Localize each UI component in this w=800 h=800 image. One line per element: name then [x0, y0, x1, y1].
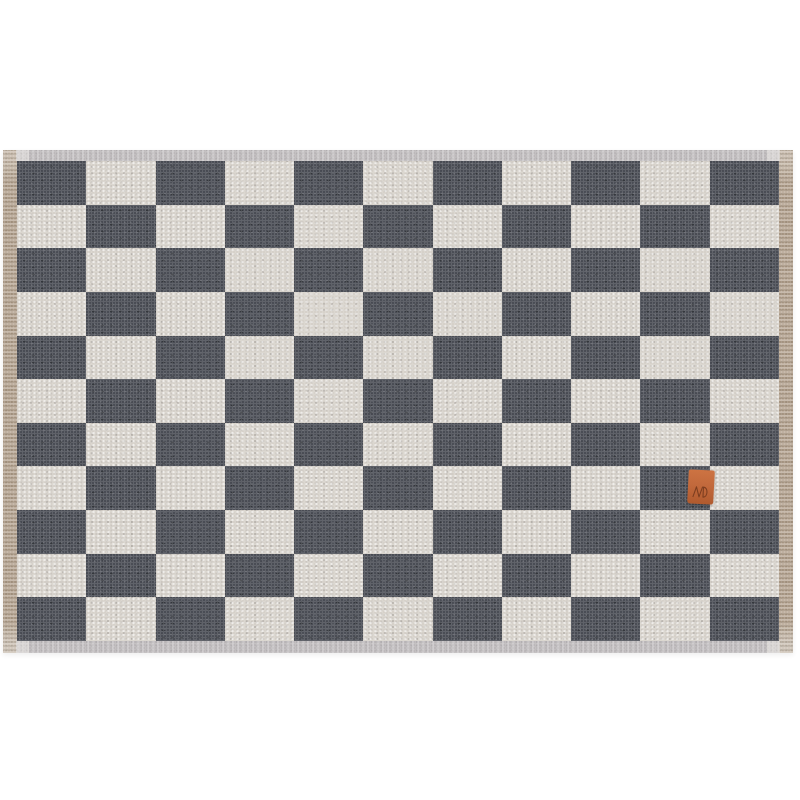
- cell-r10c2: [86, 554, 155, 598]
- cell-r10c7: [433, 554, 502, 598]
- cell-r6c7: [433, 379, 502, 423]
- cell-r7c3: [156, 423, 225, 467]
- cell-r11c9: [571, 597, 640, 641]
- cell-r7c11: [710, 423, 779, 467]
- cell-r4c6: [363, 292, 432, 336]
- cell-r10c11: [710, 554, 779, 598]
- towel-hem-top: [17, 150, 779, 161]
- cell-r1c11: [710, 161, 779, 205]
- cell-r2c5: [294, 205, 363, 249]
- cell-r6c6: [363, 379, 432, 423]
- cell-r4c11: [710, 292, 779, 336]
- cell-r10c6: [363, 554, 432, 598]
- cell-r3c9: [571, 248, 640, 292]
- hem-corner-top-left: [16, 150, 29, 161]
- cell-r4c1: [17, 292, 86, 336]
- brand-logo-md-icon: [691, 485, 710, 500]
- cell-r11c3: [156, 597, 225, 641]
- cell-r7c10: [640, 423, 709, 467]
- cell-r11c7: [433, 597, 502, 641]
- cell-r10c9: [571, 554, 640, 598]
- cell-r8c4: [225, 466, 294, 510]
- cell-r2c8: [502, 205, 571, 249]
- cell-r6c9: [571, 379, 640, 423]
- cell-r2c6: [363, 205, 432, 249]
- cell-r9c5: [294, 510, 363, 554]
- cell-r6c1: [17, 379, 86, 423]
- cell-r6c3: [156, 379, 225, 423]
- cell-r9c3: [156, 510, 225, 554]
- cell-r4c2: [86, 292, 155, 336]
- cell-r8c8: [502, 466, 571, 510]
- cell-r6c5: [294, 379, 363, 423]
- cell-r5c7: [433, 336, 502, 380]
- cell-r10c4: [225, 554, 294, 598]
- cell-r2c11: [710, 205, 779, 249]
- cell-r8c2: [86, 466, 155, 510]
- cell-r3c8: [502, 248, 571, 292]
- cell-r11c8: [502, 597, 571, 641]
- cell-r3c10: [640, 248, 709, 292]
- cell-r3c7: [433, 248, 502, 292]
- hem-corner-bottom-left: [16, 641, 29, 653]
- cell-r6c11: [710, 379, 779, 423]
- cell-r6c4: [225, 379, 294, 423]
- cell-r5c9: [571, 336, 640, 380]
- cell-r3c2: [86, 248, 155, 292]
- cell-r11c1: [17, 597, 86, 641]
- cell-r8c11: [710, 466, 779, 510]
- cell-r4c3: [156, 292, 225, 336]
- cell-r5c11: [710, 336, 779, 380]
- cell-r5c3: [156, 336, 225, 380]
- cell-r1c8: [502, 161, 571, 205]
- cell-r1c10: [640, 161, 709, 205]
- cell-r10c8: [502, 554, 571, 598]
- cell-r3c3: [156, 248, 225, 292]
- cell-r8c9: [571, 466, 640, 510]
- cell-r1c7: [433, 161, 502, 205]
- cell-r3c4: [225, 248, 294, 292]
- cell-r9c8: [502, 510, 571, 554]
- cell-r3c5: [294, 248, 363, 292]
- cell-r11c4: [225, 597, 294, 641]
- cell-r6c2: [86, 379, 155, 423]
- cell-r5c2: [86, 336, 155, 380]
- product-photo: [0, 0, 800, 800]
- hem-corner-bottom-right: [767, 641, 780, 653]
- cell-r1c9: [571, 161, 640, 205]
- towel-selvedge-left: [3, 150, 18, 653]
- cell-r6c8: [502, 379, 571, 423]
- cell-r7c6: [363, 423, 432, 467]
- cell-r2c10: [640, 205, 709, 249]
- cell-r4c9: [571, 292, 640, 336]
- cell-r8c3: [156, 466, 225, 510]
- cell-r5c10: [640, 336, 709, 380]
- cell-r4c8: [502, 292, 571, 336]
- cell-r4c5: [294, 292, 363, 336]
- cell-r7c7: [433, 423, 502, 467]
- cell-r8c7: [433, 466, 502, 510]
- cell-r2c9: [571, 205, 640, 249]
- cell-r2c1: [17, 205, 86, 249]
- cell-r2c3: [156, 205, 225, 249]
- cell-r11c2: [86, 597, 155, 641]
- cell-r9c4: [225, 510, 294, 554]
- cell-r1c1: [17, 161, 86, 205]
- cell-r7c9: [571, 423, 640, 467]
- cell-r9c10: [640, 510, 709, 554]
- cell-r5c6: [363, 336, 432, 380]
- cell-r5c1: [17, 336, 86, 380]
- cell-r2c7: [433, 205, 502, 249]
- cell-r10c10: [640, 554, 709, 598]
- cell-r10c1: [17, 554, 86, 598]
- cell-r11c6: [363, 597, 432, 641]
- cell-r9c7: [433, 510, 502, 554]
- cell-r9c2: [86, 510, 155, 554]
- cell-r1c2: [86, 161, 155, 205]
- cell-r1c3: [156, 161, 225, 205]
- cell-r3c1: [17, 248, 86, 292]
- cell-r10c5: [294, 554, 363, 598]
- cell-r9c1: [17, 510, 86, 554]
- cell-r7c2: [86, 423, 155, 467]
- cell-r9c11: [710, 510, 779, 554]
- cell-r8c5: [294, 466, 363, 510]
- cell-r9c9: [571, 510, 640, 554]
- cell-r5c5: [294, 336, 363, 380]
- cell-r2c4: [225, 205, 294, 249]
- cell-r1c4: [225, 161, 294, 205]
- cell-r7c5: [294, 423, 363, 467]
- checkerboard-grid: [17, 161, 779, 641]
- cell-r11c10: [640, 597, 709, 641]
- towel-selvedge-right: [778, 150, 793, 653]
- hem-corner-top-right: [767, 150, 780, 161]
- cell-r1c5: [294, 161, 363, 205]
- cell-r6c10: [640, 379, 709, 423]
- cell-r9c6: [363, 510, 432, 554]
- cell-r4c10: [640, 292, 709, 336]
- cell-r8c1: [17, 466, 86, 510]
- cell-r2c2: [86, 205, 155, 249]
- cell-r5c8: [502, 336, 571, 380]
- cell-r7c1: [17, 423, 86, 467]
- towel: [3, 150, 793, 653]
- towel-hem-bottom: [17, 641, 779, 653]
- cell-r7c4: [225, 423, 294, 467]
- cell-r11c11: [710, 597, 779, 641]
- cell-r4c7: [433, 292, 502, 336]
- cell-r10c3: [156, 554, 225, 598]
- brand-tag: [687, 469, 715, 504]
- cell-r8c6: [363, 466, 432, 510]
- cell-r1c6: [363, 161, 432, 205]
- cell-r4c4: [225, 292, 294, 336]
- cell-r3c11: [710, 248, 779, 292]
- cell-r11c5: [294, 597, 363, 641]
- cell-r3c6: [363, 248, 432, 292]
- cell-r7c8: [502, 423, 571, 467]
- cell-r5c4: [225, 336, 294, 380]
